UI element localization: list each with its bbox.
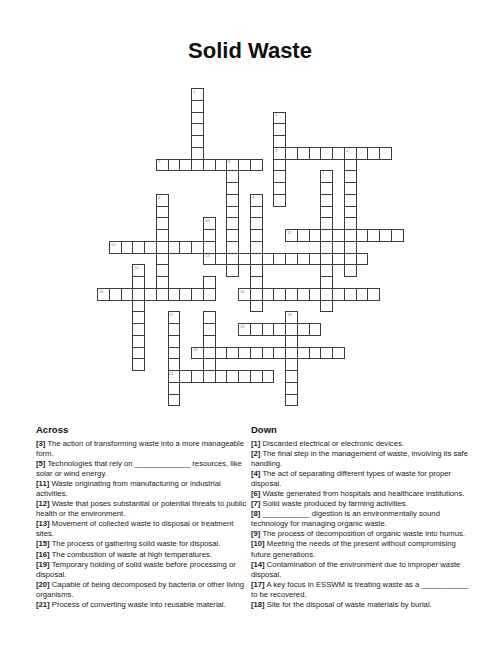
grid-cell[interactable]	[250, 300, 263, 313]
clue-item: [19] Temporary holding of solid waste be…	[36, 560, 249, 580]
cell-number: 15	[99, 289, 104, 294]
grid-cell[interactable]	[273, 194, 286, 207]
clue-number: [12]	[36, 499, 50, 508]
cell-number: 5	[158, 159, 160, 164]
cell-number: 14	[134, 265, 139, 270]
clue-item: [16] The combustion of waste at high tem…	[36, 550, 249, 560]
clue-number: [8]	[251, 509, 260, 518]
clue-item: [15] The process of gathering solid wast…	[36, 539, 249, 549]
cell-number: 19	[240, 324, 245, 329]
clue-item: [13] Movement of collected waste to disp…	[36, 519, 249, 539]
clue-item: [9] The process of decomposition of orga…	[251, 529, 470, 539]
clue-item: [12] Waste that poses substantial or pot…	[36, 499, 249, 519]
clue-number: [11]	[36, 479, 49, 488]
grid-cell[interactable]	[309, 323, 322, 336]
clue-item: [11] Waste originating from manufacturin…	[36, 479, 249, 499]
puzzle-title: Solid Waste	[0, 38, 500, 64]
across-heading: Across	[36, 424, 249, 435]
clue-item: [21] Process of converting waste into re…	[36, 600, 249, 610]
across-clues-section: Across [3] The action of transforming wa…	[36, 424, 249, 610]
grid-cell[interactable]	[168, 394, 181, 407]
cell-number: 10	[205, 218, 210, 223]
clue-number: [6]	[251, 489, 260, 498]
cell-number: 17	[169, 312, 174, 317]
clue-item: [6] Waste generated from hospitals and h…	[251, 489, 470, 499]
clue-item: [5] Technologies that rely on __________…	[36, 459, 249, 479]
clue-item: [18] Site for the disposal of waste mate…	[251, 600, 470, 610]
clue-number: [15]	[36, 539, 50, 548]
grid-cell[interactable]	[203, 288, 216, 301]
cell-number: 9	[252, 195, 254, 200]
clue-number: [4]	[251, 469, 260, 478]
clue-number: [13]	[36, 519, 50, 528]
clue-number: [3]	[36, 439, 45, 448]
cell-number: 12	[111, 242, 116, 247]
cell-number: 20	[193, 347, 198, 352]
cell-number: 18	[287, 312, 292, 317]
clue-item: [3] The action of transforming waste int…	[36, 439, 249, 459]
cell-number: 11	[287, 230, 291, 235]
cell-number: 1	[193, 89, 195, 94]
clue-number: [9]	[251, 529, 260, 538]
grid-cell[interactable]	[285, 394, 298, 407]
cell-number: 8	[158, 195, 160, 200]
clue-number: [14]	[251, 560, 265, 569]
clue-item: [10] Meeting the needs of the present wi…	[251, 539, 470, 559]
across-clue-list: [3] The action of transforming waste int…	[36, 439, 249, 610]
grid-cell[interactable]	[356, 253, 369, 266]
grid-cell[interactable]	[332, 347, 345, 360]
down-heading: Down	[251, 424, 470, 435]
cell-number: 2	[275, 112, 277, 117]
clue-number: [2]	[251, 449, 260, 458]
cell-number: 7	[322, 171, 324, 176]
clue-number: [10]	[251, 539, 265, 548]
clue-item: [14] Contamination of the environment du…	[251, 560, 470, 580]
cell-number: 16	[240, 289, 245, 294]
clue-item: [4] The act of separating different type…	[251, 469, 470, 489]
grid-cell[interactable]	[320, 300, 333, 313]
grid-cell[interactable]	[250, 159, 263, 172]
crossword-grid: 123456789101112131415161718192021	[97, 88, 404, 407]
cell-number: 13	[205, 253, 210, 258]
clue-number: [20]	[36, 580, 50, 589]
clue-item: [17] A key focus in ESSWM is treating wa…	[251, 580, 470, 600]
clue-item: [8] ___________ digestion is an environm…	[251, 509, 470, 529]
cell-number: 4	[346, 148, 348, 153]
grid-cell[interactable]	[132, 358, 145, 371]
clue-item: [7] Solid waste produced by farming acti…	[251, 499, 470, 509]
clue-number: [5]	[36, 459, 45, 468]
grid-cell[interactable]	[226, 264, 239, 277]
clue-number: [17]	[251, 580, 265, 589]
clue-item: [2] The final step in the management of …	[251, 449, 470, 469]
cell-number: 3	[275, 148, 277, 153]
grid-cell[interactable]	[379, 147, 392, 160]
grid-cell[interactable]	[391, 229, 404, 242]
clue-number: [19]	[36, 560, 50, 569]
clue-number: [21]	[36, 600, 50, 609]
clue-number: [16]	[36, 550, 50, 559]
grid-cell[interactable]	[367, 288, 380, 301]
grid-cell[interactable]	[262, 370, 275, 383]
down-clue-list: [1] Discarded electrical or electronic d…	[251, 439, 470, 610]
cell-number: 6	[228, 159, 230, 164]
crossword-page: Solid Waste 1234567891011121314151617181…	[0, 0, 500, 647]
clue-item: [1] Discarded electrical or electronic d…	[251, 439, 470, 449]
down-clues-section: Down [1] Discarded electrical or electro…	[251, 424, 470, 610]
cell-number: 21	[169, 371, 174, 376]
clue-number: [7]	[251, 499, 260, 508]
clue-number: [18]	[251, 600, 265, 609]
clue-number: [1]	[251, 439, 260, 448]
grid-cell[interactable]	[344, 264, 357, 277]
clue-item: [20] Capable of being decomposed by bact…	[36, 580, 249, 600]
